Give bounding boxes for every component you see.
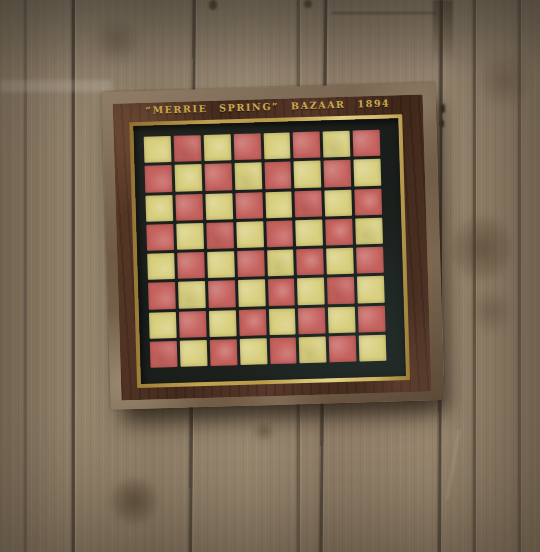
square-c1: [210, 339, 238, 366]
square-g2: [328, 306, 356, 333]
square-h8: [353, 130, 381, 157]
square-d1: [239, 338, 267, 365]
board-frame: “MERRIE SPRING” BAZAAR 1894: [101, 82, 444, 410]
square-b4: [177, 252, 205, 279]
square-h5: [355, 217, 383, 244]
wood-knot: [470, 285, 512, 337]
square-f4: [296, 249, 324, 276]
square-f2: [298, 307, 326, 334]
square-e1: [269, 337, 297, 364]
square-f1: [299, 336, 327, 363]
square-h3: [357, 276, 385, 303]
square-a8: [144, 136, 172, 163]
wood-knot: [96, 14, 138, 66]
wood-knot: [108, 478, 160, 524]
square-e8: [263, 132, 291, 159]
square-g7: [324, 160, 352, 187]
square-b2: [179, 311, 207, 338]
square-d3: [238, 280, 266, 307]
square-g8: [323, 131, 351, 158]
square-g6: [325, 189, 353, 216]
square-a5: [146, 224, 174, 251]
square-e5: [266, 220, 294, 247]
square-a4: [147, 253, 175, 280]
nail-hole: [304, 0, 312, 8]
wood-knot: [253, 423, 275, 440]
square-d8: [233, 133, 261, 160]
square-c2: [209, 310, 237, 337]
square-a2: [149, 311, 177, 338]
square-h1: [359, 334, 387, 361]
square-d6: [235, 192, 263, 219]
square-c7: [204, 163, 232, 190]
square-f6: [295, 190, 323, 217]
square-a3: [148, 282, 176, 309]
square-d4: [237, 250, 265, 277]
square-c4: [207, 251, 235, 278]
square-b3: [178, 281, 206, 308]
wall-scratch: [446, 430, 460, 499]
square-c3: [208, 280, 236, 307]
square-b8: [174, 135, 202, 162]
frame-inner-band: “MERRIE SPRING” BAZAAR 1894: [113, 94, 432, 400]
square-f7: [294, 161, 322, 188]
square-a6: [145, 194, 173, 221]
board-grid: [144, 130, 387, 368]
wood-stain: [433, 0, 453, 62]
square-e6: [265, 191, 293, 218]
square-e4: [267, 249, 295, 276]
square-b1: [180, 340, 208, 367]
square-g4: [326, 248, 354, 275]
square-b6: [175, 194, 203, 221]
square-e7: [264, 162, 292, 189]
nail-hole: [209, 0, 217, 10]
square-f3: [297, 278, 325, 305]
square-g5: [325, 218, 353, 245]
square-b7: [174, 164, 202, 191]
square-a1: [150, 341, 178, 368]
square-f5: [296, 219, 324, 246]
square-f8: [293, 132, 321, 159]
square-c5: [206, 222, 234, 249]
plaster-dust: [0, 80, 112, 92]
wood-knot: [478, 48, 530, 112]
wood-knot: [452, 212, 512, 284]
black-mat: [133, 118, 406, 384]
plank-butt-joint: [332, 12, 436, 14]
nail-hole: [441, 104, 445, 113]
square-h7: [354, 159, 382, 186]
square-e2: [268, 308, 296, 335]
square-g1: [329, 335, 357, 362]
square-c6: [205, 193, 233, 220]
square-h4: [356, 247, 384, 274]
square-c8: [203, 134, 231, 161]
square-d5: [236, 221, 264, 248]
gilt-slip: [129, 114, 410, 388]
square-e3: [267, 279, 295, 306]
square-h6: [354, 188, 382, 215]
square-d2: [238, 309, 266, 336]
square-a7: [145, 165, 173, 192]
square-g3: [327, 277, 355, 304]
square-d7: [234, 163, 262, 190]
nail-hole: [441, 120, 444, 127]
square-b5: [176, 223, 204, 250]
square-h2: [358, 305, 386, 332]
